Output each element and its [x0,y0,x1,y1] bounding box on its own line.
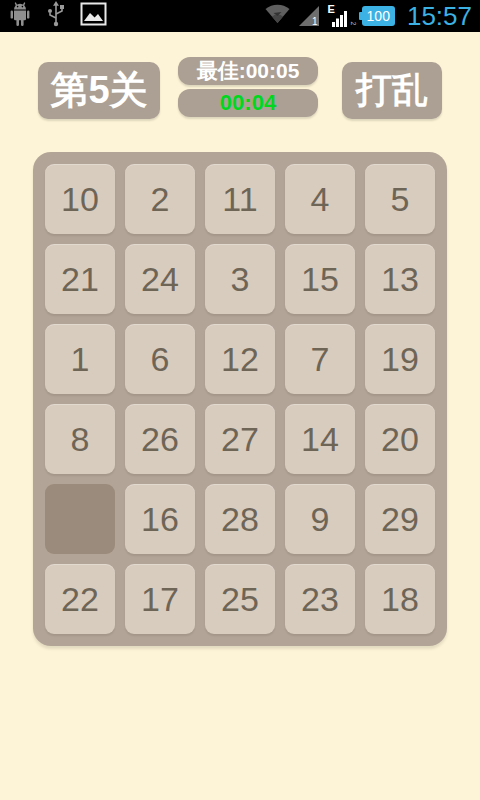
tile-9[interactable]: 9 [285,484,355,554]
sim2-label: 2 [350,22,357,26]
tile-18[interactable]: 18 [365,564,435,634]
blank-cell [45,484,115,554]
tile-21[interactable]: 21 [45,244,115,314]
usb-icon [46,1,66,31]
tile-8[interactable]: 8 [45,404,115,474]
status-time: 15:57 [407,3,472,29]
tile-24[interactable]: 24 [125,244,195,314]
battery-percent: 100 [367,8,390,24]
tile-7[interactable]: 7 [285,324,355,394]
level-button[interactable]: 第5关 [38,62,160,119]
gallery-icon [80,2,107,30]
tile-5[interactable]: 5 [365,164,435,234]
signal-triangle-icon: 1 [298,5,320,27]
tile-23[interactable]: 23 [285,564,355,634]
tile-1[interactable]: 1 [45,324,115,394]
tile-25[interactable]: 25 [205,564,275,634]
sim1-label: 1 [312,17,318,27]
status-bar-left [8,1,107,31]
tile-12[interactable]: 12 [205,324,275,394]
tile-15[interactable]: 15 [285,244,355,314]
status-bar: 1 E 2 100 15:57 [0,0,480,32]
tile-11[interactable]: 11 [205,164,275,234]
tile-3[interactable]: 3 [205,244,275,314]
tile-28[interactable]: 28 [205,484,275,554]
signal-bars-icon: E 2 [328,4,354,28]
tile-14[interactable]: 14 [285,404,355,474]
tile-19[interactable]: 19 [365,324,435,394]
timer-badge: 00:04 [178,89,318,117]
battery-icon: 100 [362,6,395,26]
tile-16[interactable]: 16 [125,484,195,554]
tile-22[interactable]: 22 [45,564,115,634]
wifi-icon [265,4,290,28]
tile-27[interactable]: 27 [205,404,275,474]
tile-4[interactable]: 4 [285,164,355,234]
status-bar-right: 1 E 2 100 15:57 [265,3,472,29]
tile-20[interactable]: 20 [365,404,435,474]
tile-6[interactable]: 6 [125,324,195,394]
tile-10[interactable]: 10 [45,164,115,234]
tile-17[interactable]: 17 [125,564,195,634]
android-debug-icon [8,1,32,31]
shuffle-button[interactable]: 打乱 [342,62,442,119]
puzzle-board[interactable]: 1021145212431513161271982627142016289292… [33,152,447,646]
tile-2[interactable]: 2 [125,164,195,234]
tile-29[interactable]: 29 [365,484,435,554]
best-time-badge: 最佳:00:05 [178,57,318,85]
app-screen: 1 E 2 100 15:57 第5关 最佳:00:0 [0,0,480,800]
tile-26[interactable]: 26 [125,404,195,474]
tile-13[interactable]: 13 [365,244,435,314]
